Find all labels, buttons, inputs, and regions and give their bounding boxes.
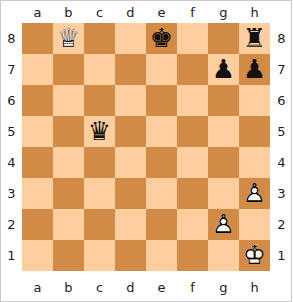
rank-label-right-7: 7 (270, 54, 293, 85)
file-label-top-a: a (22, 1, 53, 23)
piece-glyph: ♚ (146, 23, 177, 54)
file-label-bottom-f: f (177, 271, 208, 302)
file-label-bottom-b: b (53, 271, 84, 302)
rank-label-left-8: 8 (1, 23, 22, 54)
white-king[interactable]: ♚♔ (239, 240, 270, 271)
file-label-bottom-c: c (84, 271, 115, 302)
rank-label-right-1: 1 (270, 240, 293, 271)
file-label-bottom-h: h (239, 271, 270, 302)
square-d3[interactable] (115, 178, 146, 209)
square-g5[interactable] (208, 116, 239, 147)
square-a8[interactable] (22, 23, 53, 54)
black-pawn[interactable]: ♟ (208, 54, 239, 85)
black-pawn[interactable]: ♟ (239, 54, 270, 85)
square-c6[interactable] (84, 85, 115, 116)
piece-glyph: ♟ (239, 54, 270, 85)
square-g7[interactable]: ♟ (208, 54, 239, 85)
square-f1[interactable] (177, 240, 208, 271)
square-c1[interactable] (84, 240, 115, 271)
square-c7[interactable] (84, 54, 115, 85)
rank-label-right-2: 2 (270, 209, 293, 240)
rank-label-right-4: 4 (270, 147, 293, 178)
square-b7[interactable] (53, 54, 84, 85)
square-a1[interactable] (22, 240, 53, 271)
square-b5[interactable] (53, 116, 84, 147)
corner-top-right (270, 1, 293, 23)
square-g2[interactable]: ♟♙ (208, 209, 239, 240)
rank-label-right-3: 3 (270, 178, 293, 209)
file-label-bottom-e: e (146, 271, 177, 302)
square-a3[interactable] (22, 178, 53, 209)
corner-bottom-left (1, 271, 22, 302)
white-pawn[interactable]: ♟♙ (239, 178, 270, 209)
piece-glyph-outline: ♔ (239, 240, 270, 271)
square-c3[interactable] (84, 178, 115, 209)
square-h7[interactable]: ♟ (239, 54, 270, 85)
chess-diagram: abcdefgh8♛♕♚♜87♟♟7665♛5443♟♙32♟♙21♚♔1abc… (0, 0, 292, 302)
black-king[interactable]: ♚ (146, 23, 177, 54)
square-a7[interactable] (22, 54, 53, 85)
rank-label-right-5: 5 (270, 116, 293, 147)
rank-label-right-8: 8 (270, 23, 293, 54)
square-h3[interactable]: ♟♙ (239, 178, 270, 209)
file-label-top-h: h (239, 1, 270, 23)
rank-label-left-5: 5 (1, 116, 22, 147)
square-h6[interactable] (239, 85, 270, 116)
square-e5[interactable] (146, 116, 177, 147)
square-f3[interactable] (177, 178, 208, 209)
square-f6[interactable] (177, 85, 208, 116)
square-b4[interactable] (53, 147, 84, 178)
square-d4[interactable] (115, 147, 146, 178)
square-g3[interactable] (208, 178, 239, 209)
file-label-top-b: b (53, 1, 84, 23)
square-e4[interactable] (146, 147, 177, 178)
square-e1[interactable] (146, 240, 177, 271)
piece-glyph: ♟ (208, 54, 239, 85)
square-c8[interactable] (84, 23, 115, 54)
square-h4[interactable] (239, 147, 270, 178)
file-label-top-g: g (208, 1, 239, 23)
square-b1[interactable] (53, 240, 84, 271)
rank-label-left-4: 4 (1, 147, 22, 178)
square-a4[interactable] (22, 147, 53, 178)
corner-bottom-right (270, 271, 293, 302)
chess-board-area: abcdefgh8♛♕♚♜87♟♟7665♛5443♟♙32♟♙21♚♔1abc… (1, 1, 291, 302)
square-e6[interactable] (146, 85, 177, 116)
file-label-top-e: e (146, 1, 177, 23)
square-e7[interactable] (146, 54, 177, 85)
square-d5[interactable] (115, 116, 146, 147)
black-queen[interactable]: ♛ (84, 116, 115, 147)
square-d7[interactable] (115, 54, 146, 85)
corner-top-left (1, 1, 22, 23)
piece-glyph-outline: ♕ (53, 23, 84, 54)
piece-glyph: ♜ (239, 23, 270, 54)
square-c2[interactable] (84, 209, 115, 240)
piece-glyph-outline: ♙ (239, 178, 270, 209)
file-label-top-c: c (84, 1, 115, 23)
piece-glyph-outline: ♙ (208, 209, 239, 240)
file-label-top-d: d (115, 1, 146, 23)
square-d6[interactable] (115, 85, 146, 116)
square-e2[interactable] (146, 209, 177, 240)
square-a5[interactable] (22, 116, 53, 147)
square-f2[interactable] (177, 209, 208, 240)
square-g8[interactable] (208, 23, 239, 54)
square-h2[interactable] (239, 209, 270, 240)
square-b2[interactable] (53, 209, 84, 240)
white-queen[interactable]: ♛♕ (53, 23, 84, 54)
file-label-bottom-d: d (115, 271, 146, 302)
square-f5[interactable] (177, 116, 208, 147)
square-h8[interactable]: ♜ (239, 23, 270, 54)
rank-label-left-3: 3 (1, 178, 22, 209)
file-label-top-f: f (177, 1, 208, 23)
square-f7[interactable] (177, 54, 208, 85)
square-a6[interactable] (22, 85, 53, 116)
piece-glyph: ♛ (84, 116, 115, 147)
square-d2[interactable] (115, 209, 146, 240)
rank-label-left-6: 6 (1, 85, 22, 116)
square-f4[interactable] (177, 147, 208, 178)
square-c5[interactable]: ♛ (84, 116, 115, 147)
file-label-bottom-g: g (208, 271, 239, 302)
square-e8[interactable]: ♚ (146, 23, 177, 54)
rank-label-left-2: 2 (1, 209, 22, 240)
rank-label-left-7: 7 (1, 54, 22, 85)
square-e3[interactable] (146, 178, 177, 209)
square-d8[interactable] (115, 23, 146, 54)
square-b8[interactable]: ♛♕ (53, 23, 84, 54)
square-b6[interactable] (53, 85, 84, 116)
black-rook[interactable]: ♜ (239, 23, 270, 54)
square-g4[interactable] (208, 147, 239, 178)
rank-label-right-6: 6 (270, 85, 293, 116)
square-c4[interactable] (84, 147, 115, 178)
square-g6[interactable] (208, 85, 239, 116)
square-d1[interactable] (115, 240, 146, 271)
square-a2[interactable] (22, 209, 53, 240)
square-b3[interactable] (53, 178, 84, 209)
white-pawn[interactable]: ♟♙ (208, 209, 239, 240)
square-g1[interactable] (208, 240, 239, 271)
square-h5[interactable] (239, 116, 270, 147)
file-label-bottom-a: a (22, 271, 53, 302)
square-f8[interactable] (177, 23, 208, 54)
square-h1[interactable]: ♚♔ (239, 240, 270, 271)
rank-label-left-1: 1 (1, 240, 22, 271)
